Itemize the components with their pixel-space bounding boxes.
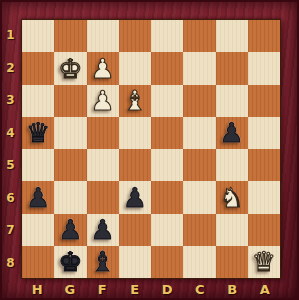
square-b7[interactable]: [216, 214, 248, 246]
file-label-a: A: [249, 279, 282, 300]
square-a5[interactable]: [248, 149, 280, 181]
piece-white-pawn-f2[interactable]: ♟: [87, 52, 119, 84]
square-c2[interactable]: [183, 52, 215, 84]
square-a7[interactable]: [248, 214, 280, 246]
square-h8[interactable]: [22, 246, 54, 278]
square-h3[interactable]: [22, 85, 54, 117]
square-c7[interactable]: [183, 214, 215, 246]
rank-label-4: 4: [0, 117, 21, 150]
square-f8[interactable]: ♝: [87, 246, 119, 278]
square-b2[interactable]: [216, 52, 248, 84]
piece-black-king-g8[interactable]: ♚: [54, 246, 86, 278]
piece-black-pawn-b4[interactable]: ♟: [216, 117, 248, 149]
square-f6[interactable]: [87, 181, 119, 213]
square-e2[interactable]: [119, 52, 151, 84]
square-d4[interactable]: [151, 117, 183, 149]
file-label-b: B: [216, 279, 249, 300]
rank-label-3: 3: [0, 84, 21, 117]
square-d1[interactable]: [151, 20, 183, 52]
square-g6[interactable]: [54, 181, 86, 213]
square-e1[interactable]: [119, 20, 151, 52]
square-c4[interactable]: [183, 117, 215, 149]
square-d2[interactable]: [151, 52, 183, 84]
square-d7[interactable]: [151, 214, 183, 246]
square-e7[interactable]: [119, 214, 151, 246]
square-b3[interactable]: [216, 85, 248, 117]
file-label-e: E: [119, 279, 152, 300]
square-e5[interactable]: [119, 149, 151, 181]
square-c6[interactable]: [183, 181, 215, 213]
square-h7[interactable]: [22, 214, 54, 246]
square-e4[interactable]: [119, 117, 151, 149]
rank-label-5: 5: [0, 149, 21, 182]
square-b5[interactable]: [216, 149, 248, 181]
square-c8[interactable]: [183, 246, 215, 278]
square-a2[interactable]: [248, 52, 280, 84]
square-b1[interactable]: [216, 20, 248, 52]
rank-label-6: 6: [0, 182, 21, 215]
square-a4[interactable]: [248, 117, 280, 149]
rank-label-2: 2: [0, 52, 21, 85]
square-g5[interactable]: [54, 149, 86, 181]
square-h4[interactable]: ♛: [22, 117, 54, 149]
piece-black-pawn-f7[interactable]: ♟: [87, 214, 119, 246]
square-h1[interactable]: [22, 20, 54, 52]
piece-white-knight-b6[interactable]: ♞: [216, 181, 248, 213]
square-f1[interactable]: [87, 20, 119, 52]
piece-black-pawn-h6[interactable]: ♟: [22, 181, 54, 213]
piece-white-pawn-f3[interactable]: ♟: [87, 85, 119, 117]
file-label-c: C: [184, 279, 217, 300]
square-c3[interactable]: [183, 85, 215, 117]
chess-board[interactable]: ♚♟♟♝♛♟♟♟♞♟♟♚♝♛: [21, 19, 281, 279]
piece-white-queen-a8[interactable]: ♛: [248, 246, 280, 278]
square-e8[interactable]: [119, 246, 151, 278]
square-c1[interactable]: [183, 20, 215, 52]
square-e3[interactable]: ♝: [119, 85, 151, 117]
file-label-h: H: [21, 279, 54, 300]
square-f3[interactable]: ♟: [87, 85, 119, 117]
square-f4[interactable]: [87, 117, 119, 149]
square-f5[interactable]: [87, 149, 119, 181]
piece-white-king-g2[interactable]: ♚: [54, 52, 86, 84]
rank-label-1: 1: [0, 19, 21, 52]
file-label-d: D: [151, 279, 184, 300]
rank-labels: 12345678: [0, 19, 21, 279]
square-g2[interactable]: ♚: [54, 52, 86, 84]
square-h5[interactable]: [22, 149, 54, 181]
square-g7[interactable]: ♟: [54, 214, 86, 246]
square-g8[interactable]: ♚: [54, 246, 86, 278]
square-g3[interactable]: [54, 85, 86, 117]
square-a8[interactable]: ♛: [248, 246, 280, 278]
square-a3[interactable]: [248, 85, 280, 117]
piece-black-pawn-g7[interactable]: ♟: [54, 214, 86, 246]
square-h6[interactable]: ♟: [22, 181, 54, 213]
square-g1[interactable]: [54, 20, 86, 52]
piece-white-bishop-e3[interactable]: ♝: [119, 85, 151, 117]
square-b4[interactable]: ♟: [216, 117, 248, 149]
square-d8[interactable]: [151, 246, 183, 278]
file-label-g: G: [54, 279, 87, 300]
chess-diagram: 12345678 ♚♟♟♝♛♟♟♟♞♟♟♚♝♛ HGFEDCBA: [0, 0, 299, 300]
square-b8[interactable]: [216, 246, 248, 278]
piece-black-pawn-e6[interactable]: ♟: [119, 181, 151, 213]
file-label-f: F: [86, 279, 119, 300]
file-labels: HGFEDCBA: [21, 279, 281, 300]
piece-black-queen-h4[interactable]: ♛: [22, 117, 54, 149]
square-f7[interactable]: ♟: [87, 214, 119, 246]
square-h2[interactable]: [22, 52, 54, 84]
square-a1[interactable]: [248, 20, 280, 52]
square-d3[interactable]: [151, 85, 183, 117]
square-b6[interactable]: ♞: [216, 181, 248, 213]
piece-black-bishop-f8[interactable]: ♝: [87, 246, 119, 278]
rank-label-7: 7: [0, 214, 21, 247]
square-c5[interactable]: [183, 149, 215, 181]
square-e6[interactable]: ♟: [119, 181, 151, 213]
rank-label-8: 8: [0, 247, 21, 280]
square-g4[interactable]: [54, 117, 86, 149]
square-d6[interactable]: [151, 181, 183, 213]
square-d5[interactable]: [151, 149, 183, 181]
square-f2[interactable]: ♟: [87, 52, 119, 84]
square-a6[interactable]: [248, 181, 280, 213]
